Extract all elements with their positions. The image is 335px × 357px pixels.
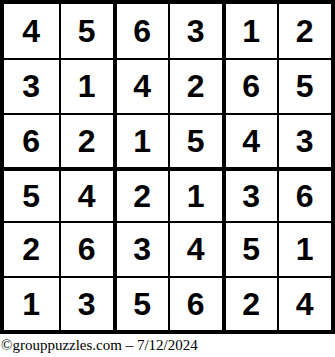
digit: 4: [133, 70, 151, 102]
cell-r4c2: 4: [59, 167, 114, 221]
digit: 5: [78, 15, 96, 47]
cell-r1c2: 5: [59, 4, 114, 58]
cell-r6c1: 1: [4, 276, 59, 330]
digit: 3: [187, 15, 205, 47]
digit: 1: [22, 288, 40, 320]
cell-r2c2: 1: [59, 58, 114, 112]
cell-r2c4: 2: [168, 58, 223, 112]
digit: 6: [78, 233, 96, 265]
cell-r6c2: 3: [59, 276, 114, 330]
digit: 2: [296, 15, 314, 47]
digit: 6: [296, 180, 314, 212]
digit: 6: [22, 125, 40, 157]
cell-r4c5: 3: [222, 167, 277, 221]
digit: 2: [133, 180, 151, 212]
digit: 3: [242, 180, 260, 212]
cell-r6c4: 6: [168, 276, 223, 330]
cell-r4c1: 5: [4, 167, 59, 221]
digit: 4: [78, 180, 96, 212]
digit: 6: [133, 15, 151, 47]
cell-r1c3: 6: [113, 4, 168, 58]
cell-r4c3: 2: [113, 167, 168, 221]
digit: 5: [296, 70, 314, 102]
credit-line: ©grouppuzzles.com – 7/12/2024: [0, 337, 335, 354]
digit: 1: [78, 70, 96, 102]
cell-r1c5: 1: [222, 4, 277, 58]
cell-r2c6: 5: [277, 58, 332, 112]
cell-r3c5: 4: [222, 113, 277, 167]
digit: 3: [78, 288, 96, 320]
cell-r6c5: 2: [222, 276, 277, 330]
cell-r6c3: 5: [113, 276, 168, 330]
digit: 4: [22, 15, 40, 47]
digit: 3: [22, 70, 40, 102]
cell-r5c2: 6: [59, 221, 114, 275]
cell-r3c1: 6: [4, 113, 59, 167]
cell-r3c3: 1: [113, 113, 168, 167]
cell-r3c2: 2: [59, 113, 114, 167]
digit: 2: [78, 125, 96, 157]
digit: 5: [133, 288, 151, 320]
digit: 3: [133, 233, 151, 265]
cell-r4c4: 1: [168, 167, 223, 221]
digit: 3: [296, 125, 314, 157]
cell-r1c6: 2: [277, 4, 332, 58]
cell-r2c3: 4: [113, 58, 168, 112]
digit: 6: [187, 288, 205, 320]
cell-r3c6: 3: [277, 113, 332, 167]
cell-r4c6: 6: [277, 167, 332, 221]
cell-r1c1: 4: [4, 4, 59, 58]
cell-r2c5: 6: [222, 58, 277, 112]
cell-r1c4: 3: [168, 4, 223, 58]
digit: 5: [187, 125, 205, 157]
cell-r6c6: 4: [277, 276, 332, 330]
digit: 1: [187, 180, 205, 212]
cell-r3c4: 5: [168, 113, 223, 167]
cell-r5c3: 3: [113, 221, 168, 275]
digit: 5: [242, 233, 260, 265]
digit: 1: [242, 15, 260, 47]
digit: 4: [242, 125, 260, 157]
digit: 2: [22, 233, 40, 265]
digit: 2: [187, 70, 205, 102]
puzzle-page: 456312314265621543542136263451135624 ©gr…: [0, 0, 335, 357]
digit: 2: [242, 288, 260, 320]
digit: 1: [296, 233, 314, 265]
digit: 4: [296, 288, 314, 320]
sudoku-board: 456312314265621543542136263451135624: [0, 0, 335, 334]
digit: 5: [22, 180, 40, 212]
cell-r2c1: 3: [4, 58, 59, 112]
cell-r5c1: 2: [4, 221, 59, 275]
cell-r5c6: 1: [277, 221, 332, 275]
cell-r5c5: 5: [222, 221, 277, 275]
digit: 1: [133, 125, 151, 157]
digit: 4: [187, 233, 205, 265]
cell-r5c4: 4: [168, 221, 223, 275]
digit: 6: [242, 70, 260, 102]
